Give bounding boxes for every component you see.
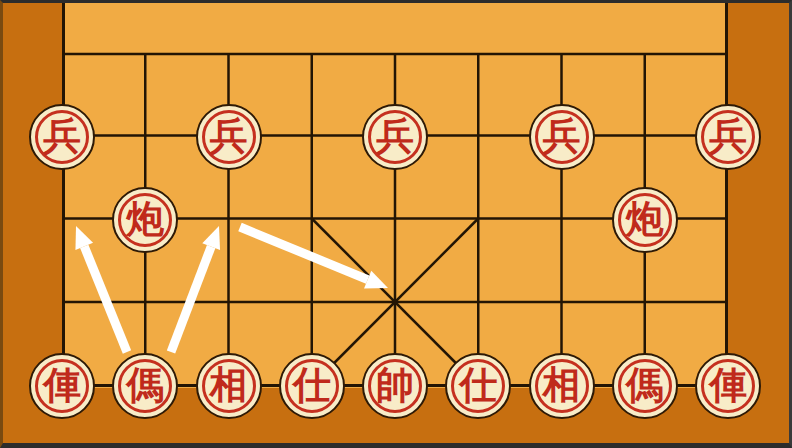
piece-grid: 兵兵兵兵兵炮炮俥傌相仕帥仕相傌俥 xyxy=(20,13,769,427)
piece-ring: 仕 xyxy=(451,359,505,413)
cell-general: 帥 xyxy=(353,344,436,427)
cell-elephant: 相 xyxy=(520,344,603,427)
piece-ring: 兵 xyxy=(701,110,755,164)
piece-glyph-chariot: 俥 xyxy=(709,366,747,404)
cell-soldier: 兵 xyxy=(20,95,103,178)
piece-elephant[interactable]: 相 xyxy=(196,353,262,419)
piece-ring: 傌 xyxy=(618,359,672,413)
piece-horse[interactable]: 傌 xyxy=(612,353,678,419)
piece-horse[interactable]: 傌 xyxy=(112,353,178,419)
piece-glyph-horse: 傌 xyxy=(626,366,664,404)
cell-cannon: 炮 xyxy=(104,178,187,261)
piece-ring: 俥 xyxy=(701,359,755,413)
cell-chariot: 俥 xyxy=(20,344,103,427)
piece-soldier[interactable]: 兵 xyxy=(362,104,428,170)
piece-soldier[interactable]: 兵 xyxy=(529,104,595,170)
piece-glyph-cannon: 炮 xyxy=(126,200,164,238)
piece-glyph-soldier: 兵 xyxy=(210,117,248,155)
piece-glyph-soldier: 兵 xyxy=(543,117,581,155)
piece-soldier[interactable]: 兵 xyxy=(695,104,761,170)
piece-ring: 兵 xyxy=(35,110,89,164)
piece-glyph-cannon: 炮 xyxy=(626,200,664,238)
piece-glyph-advisor: 仕 xyxy=(459,366,497,404)
piece-glyph-soldier: 兵 xyxy=(376,117,414,155)
piece-ring: 兵 xyxy=(535,110,589,164)
piece-glyph-soldier: 兵 xyxy=(709,117,747,155)
piece-cannon[interactable]: 炮 xyxy=(112,187,178,253)
piece-ring: 兵 xyxy=(202,110,256,164)
piece-ring: 仕 xyxy=(285,359,339,413)
piece-ring: 兵 xyxy=(368,110,422,164)
piece-glyph-general: 帥 xyxy=(376,366,414,404)
piece-glyph-horse: 傌 xyxy=(126,366,164,404)
cell-chariot: 俥 xyxy=(686,344,769,427)
piece-chariot[interactable]: 俥 xyxy=(29,353,95,419)
piece-chariot[interactable]: 俥 xyxy=(695,353,761,419)
cell-elephant: 相 xyxy=(187,344,270,427)
xiangqi-board: 兵兵兵兵兵炮炮俥傌相仕帥仕相傌俥 xyxy=(0,0,792,448)
cell-soldier: 兵 xyxy=(353,95,436,178)
cell-horse: 傌 xyxy=(104,344,187,427)
cell-soldier: 兵 xyxy=(187,95,270,178)
piece-ring: 炮 xyxy=(118,193,172,247)
piece-general[interactable]: 帥 xyxy=(362,353,428,419)
piece-ring: 俥 xyxy=(35,359,89,413)
cell-soldier: 兵 xyxy=(520,95,603,178)
cell-cannon: 炮 xyxy=(603,178,686,261)
piece-ring: 炮 xyxy=(618,193,672,247)
piece-glyph-soldier: 兵 xyxy=(43,117,81,155)
cell-horse: 傌 xyxy=(603,344,686,427)
piece-advisor[interactable]: 仕 xyxy=(279,353,345,419)
piece-glyph-chariot: 俥 xyxy=(43,366,81,404)
piece-soldier[interactable]: 兵 xyxy=(196,104,262,170)
piece-glyph-elephant: 相 xyxy=(210,366,248,404)
piece-ring: 帥 xyxy=(368,359,422,413)
piece-glyph-advisor: 仕 xyxy=(293,366,331,404)
piece-advisor[interactable]: 仕 xyxy=(445,353,511,419)
piece-glyph-elephant: 相 xyxy=(543,366,581,404)
piece-cannon[interactable]: 炮 xyxy=(612,187,678,253)
piece-ring: 相 xyxy=(535,359,589,413)
cell-advisor: 仕 xyxy=(437,344,520,427)
piece-ring: 相 xyxy=(202,359,256,413)
piece-ring: 傌 xyxy=(118,359,172,413)
piece-elephant[interactable]: 相 xyxy=(529,353,595,419)
cell-advisor: 仕 xyxy=(270,344,353,427)
piece-soldier[interactable]: 兵 xyxy=(29,104,95,170)
cell-soldier: 兵 xyxy=(686,95,769,178)
